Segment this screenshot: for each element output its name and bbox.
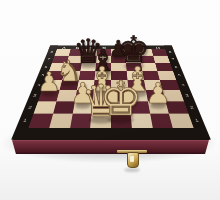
brass-clasp bbox=[119, 150, 145, 174]
box-front-edge bbox=[12, 140, 209, 154]
piece-white-pawn-a3[interactable]: ♟ bbox=[37, 70, 61, 97]
square-h8[interactable] bbox=[151, 49, 167, 56]
square-h6[interactable] bbox=[155, 63, 173, 71]
piece-white-pawn-g2[interactable]: ♟ bbox=[145, 80, 171, 109]
clasp-keeper bbox=[130, 156, 134, 162]
clasp-shadow bbox=[124, 168, 140, 172]
piece-white-king-e1[interactable]: ♚ bbox=[100, 75, 143, 123]
square-b1[interactable] bbox=[49, 114, 72, 128]
product-photo: ABCDEFGH 12345678 12345678 ABCDEFGH ♟♞♟♛… bbox=[0, 0, 220, 200]
square-h7[interactable] bbox=[153, 56, 170, 63]
